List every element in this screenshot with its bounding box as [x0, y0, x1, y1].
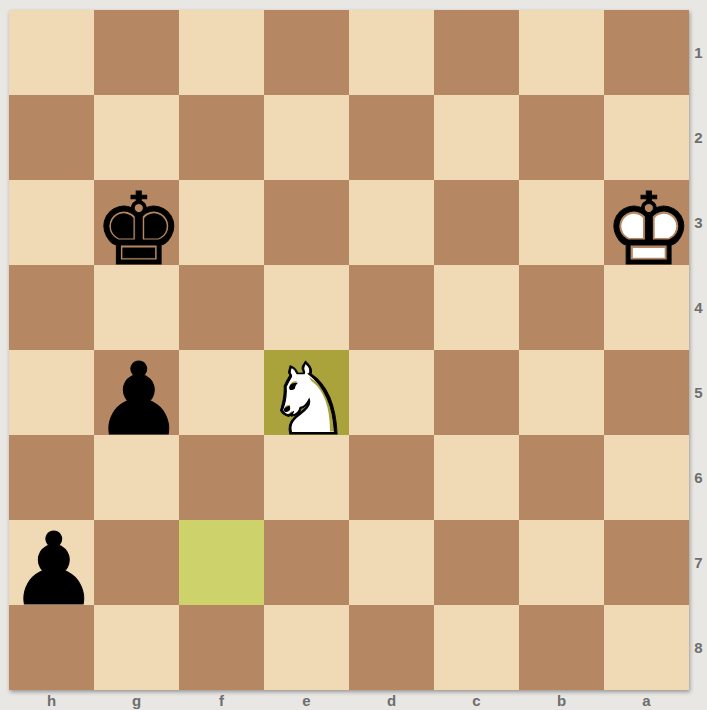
- square-d8[interactable]: [349, 605, 434, 690]
- square-g4[interactable]: [94, 265, 179, 350]
- square-d1[interactable]: [349, 10, 434, 95]
- square-g8[interactable]: [94, 605, 179, 690]
- square-h3[interactable]: [9, 180, 94, 265]
- square-c8[interactable]: [434, 605, 519, 690]
- rank-coordinates: 12345678: [690, 10, 707, 690]
- square-h6[interactable]: [9, 435, 94, 520]
- square-c3[interactable]: [434, 180, 519, 265]
- square-e5[interactable]: ♞♘: [264, 350, 349, 435]
- square-a3[interactable]: ♚♔: [604, 180, 689, 265]
- square-c7[interactable]: [434, 520, 519, 605]
- square-c4[interactable]: [434, 265, 519, 350]
- square-h2[interactable]: [9, 95, 94, 180]
- black-king[interactable]: ♚: [94, 180, 179, 265]
- square-c2[interactable]: [434, 95, 519, 180]
- square-d7[interactable]: [349, 520, 434, 605]
- square-b8[interactable]: [519, 605, 604, 690]
- square-h5[interactable]: [9, 350, 94, 435]
- square-e8[interactable]: [264, 605, 349, 690]
- square-g7[interactable]: [94, 520, 179, 605]
- square-a1[interactable]: [604, 10, 689, 95]
- square-e4[interactable]: [264, 265, 349, 350]
- file-label-b: b: [519, 690, 604, 710]
- square-b5[interactable]: [519, 350, 604, 435]
- rank-label-6: 6: [690, 435, 707, 520]
- file-label-e: e: [264, 690, 349, 710]
- square-a5[interactable]: [604, 350, 689, 435]
- white-knight[interactable]: ♞♘: [264, 350, 349, 435]
- square-e6[interactable]: [264, 435, 349, 520]
- file-label-d: d: [349, 690, 434, 710]
- square-f6[interactable]: [179, 435, 264, 520]
- square-g3[interactable]: ♚: [94, 180, 179, 265]
- file-label-f: f: [179, 690, 264, 710]
- square-c1[interactable]: [434, 10, 519, 95]
- square-e7[interactable]: [264, 520, 349, 605]
- square-h4[interactable]: [9, 265, 94, 350]
- square-a8[interactable]: [604, 605, 689, 690]
- rank-label-7: 7: [690, 520, 707, 605]
- square-a4[interactable]: [604, 265, 689, 350]
- square-b3[interactable]: [519, 180, 604, 265]
- rank-label-2: 2: [690, 95, 707, 180]
- square-h7[interactable]: ♟: [9, 520, 94, 605]
- white-king[interactable]: ♚♔: [604, 180, 689, 265]
- square-e2[interactable]: [264, 95, 349, 180]
- square-f1[interactable]: [179, 10, 264, 95]
- square-e1[interactable]: [264, 10, 349, 95]
- file-label-g: g: [94, 690, 179, 710]
- square-h1[interactable]: [9, 10, 94, 95]
- square-f7[interactable]: [179, 520, 264, 605]
- rank-label-3: 3: [690, 180, 707, 265]
- rank-label-8: 8: [690, 605, 707, 690]
- page-background: ♚♚♔♟♞♘♟ 12345678 hgfedcba: [0, 0, 707, 710]
- rank-label-5: 5: [690, 350, 707, 435]
- square-a7[interactable]: [604, 520, 689, 605]
- square-b2[interactable]: [519, 95, 604, 180]
- square-f2[interactable]: [179, 95, 264, 180]
- rank-label-1: 1: [690, 10, 707, 95]
- square-d3[interactable]: [349, 180, 434, 265]
- chess-board: ♚♚♔♟♞♘♟: [9, 10, 689, 690]
- square-d6[interactable]: [349, 435, 434, 520]
- square-b1[interactable]: [519, 10, 604, 95]
- file-label-a: a: [604, 690, 689, 710]
- square-b4[interactable]: [519, 265, 604, 350]
- square-d4[interactable]: [349, 265, 434, 350]
- square-g2[interactable]: [94, 95, 179, 180]
- square-c6[interactable]: [434, 435, 519, 520]
- file-label-h: h: [9, 690, 94, 710]
- file-label-c: c: [434, 690, 519, 710]
- square-b7[interactable]: [519, 520, 604, 605]
- square-f4[interactable]: [179, 265, 264, 350]
- square-f5[interactable]: [179, 350, 264, 435]
- square-a6[interactable]: [604, 435, 689, 520]
- square-f8[interactable]: [179, 605, 264, 690]
- square-h8[interactable]: [9, 605, 94, 690]
- square-f3[interactable]: [179, 180, 264, 265]
- square-c5[interactable]: [434, 350, 519, 435]
- square-g5[interactable]: ♟: [94, 350, 179, 435]
- square-a2[interactable]: [604, 95, 689, 180]
- square-b6[interactable]: [519, 435, 604, 520]
- square-d5[interactable]: [349, 350, 434, 435]
- black-pawn[interactable]: ♟: [94, 350, 179, 435]
- square-d2[interactable]: [349, 95, 434, 180]
- black-pawn[interactable]: ♟: [9, 520, 94, 605]
- rank-label-4: 4: [690, 265, 707, 350]
- square-g6[interactable]: [94, 435, 179, 520]
- file-coordinates: hgfedcba: [9, 690, 689, 710]
- square-g1[interactable]: [94, 10, 179, 95]
- square-e3[interactable]: [264, 180, 349, 265]
